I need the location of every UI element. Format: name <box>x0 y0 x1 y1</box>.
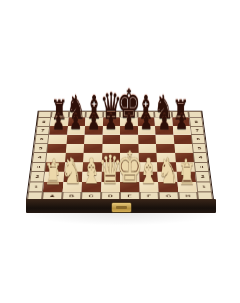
square-f8: ♝ <box>137 118 155 126</box>
piece-black-bishop: ♝ <box>136 92 156 124</box>
rank-label-6-left: 6 <box>34 135 49 144</box>
square-a8: ♜ <box>50 118 68 126</box>
square-b3 <box>64 162 83 172</box>
folding-box-side <box>26 199 216 213</box>
square-a7: ♟ <box>49 126 67 135</box>
board-wrap: ABCDEFGH8♜♞♝♛♚♝♞♜87♟♟♟♟♟♟♟♟7665544332♟♟♟… <box>27 14 213 200</box>
square-d8: ♛ <box>103 118 120 126</box>
square-f3 <box>138 162 157 172</box>
square-b7: ♟ <box>67 126 85 135</box>
rank-label-3-right: 3 <box>194 162 209 172</box>
rank-label-7-left: 7 <box>36 126 51 135</box>
square-a2: ♟ <box>44 172 64 182</box>
piece-black-queen: ♛ <box>100 88 122 124</box>
square-g2: ♟ <box>157 172 177 182</box>
piece-black-knight: ♞ <box>67 92 87 124</box>
square-c8: ♝ <box>85 118 103 126</box>
square-h8: ♜ <box>172 118 190 126</box>
rank-label-6-right: 6 <box>191 135 206 144</box>
square-b6 <box>66 135 84 144</box>
chess-board: ABCDEFGH8♜♞♝♛♚♝♞♜87♟♟♟♟♟♟♟♟7665544332♟♟♟… <box>27 111 213 200</box>
square-e6 <box>120 135 138 144</box>
square-h5 <box>174 144 193 153</box>
square-h6 <box>173 135 192 144</box>
brass-clasp-icon <box>112 203 131 212</box>
square-h1: ♜ <box>177 182 197 192</box>
chess-set-product-photo[interactable]: ABCDEFGH8♜♞♝♛♚♝♞♜87♟♟♟♟♟♟♟♟7665544332♟♟♟… <box>0 0 240 303</box>
square-c6 <box>84 135 102 144</box>
square-h3 <box>175 162 195 172</box>
square-d1: ♛ <box>101 182 120 192</box>
square-g6 <box>155 135 173 144</box>
square-f5 <box>138 144 156 153</box>
square-f7: ♟ <box>137 126 155 135</box>
rank-label-5-right: 5 <box>192 144 207 153</box>
square-h2: ♟ <box>176 172 196 182</box>
square-d3 <box>101 162 120 172</box>
square-f4 <box>138 153 157 162</box>
square-g3 <box>157 162 176 172</box>
square-e5 <box>120 144 138 153</box>
square-c5 <box>84 144 102 153</box>
square-d4 <box>102 153 120 162</box>
square-b1: ♞ <box>62 182 82 192</box>
square-g5 <box>156 144 175 153</box>
square-f2: ♟ <box>139 172 158 182</box>
rank-label-2-left: 2 <box>29 172 45 182</box>
square-e1: ♚ <box>120 182 139 192</box>
square-h7: ♟ <box>172 126 190 135</box>
rank-label-4-right: 4 <box>193 153 208 162</box>
square-d6 <box>102 135 120 144</box>
square-e3 <box>120 162 139 172</box>
square-g1: ♞ <box>158 182 178 192</box>
piece-black-knight: ♞ <box>154 92 174 124</box>
square-e8: ♚ <box>120 118 137 126</box>
square-c3 <box>83 162 102 172</box>
square-b4 <box>65 153 84 162</box>
square-a6 <box>48 135 67 144</box>
square-g8: ♞ <box>155 118 173 126</box>
square-c2: ♟ <box>82 172 101 182</box>
square-d2: ♟ <box>101 172 120 182</box>
square-e4 <box>120 153 138 162</box>
square-d5 <box>102 144 120 153</box>
square-b5 <box>65 144 84 153</box>
square-g4 <box>156 153 175 162</box>
rank-label-3-left: 3 <box>31 162 46 172</box>
rank-label-1-right: 1 <box>196 182 212 192</box>
square-b8: ♞ <box>68 118 86 126</box>
rank-label-8-right: 8 <box>189 118 203 126</box>
square-a4 <box>46 153 65 162</box>
square-a5 <box>47 144 66 153</box>
rank-label-2-right: 2 <box>195 172 211 182</box>
square-c4 <box>83 153 102 162</box>
square-d7: ♟ <box>102 126 120 135</box>
clasp-notch <box>116 206 127 209</box>
square-a3 <box>45 162 65 172</box>
rank-label-4-left: 4 <box>32 153 47 162</box>
square-h4 <box>175 153 194 162</box>
rank-label-7-right: 7 <box>190 126 205 135</box>
square-c1: ♝ <box>81 182 101 192</box>
rank-label-8-left: 8 <box>37 118 51 126</box>
rank-label-1-left: 1 <box>28 182 44 192</box>
piece-black-bishop: ♝ <box>84 92 104 124</box>
square-f1: ♝ <box>139 182 159 192</box>
square-e7: ♟ <box>120 126 138 135</box>
square-e2: ♟ <box>120 172 139 182</box>
square-f6 <box>138 135 156 144</box>
square-c7: ♟ <box>85 126 103 135</box>
square-a1: ♜ <box>43 182 63 192</box>
rank-label-5-left: 5 <box>33 144 48 153</box>
square-g7: ♟ <box>155 126 173 135</box>
square-b2: ♟ <box>63 172 83 182</box>
